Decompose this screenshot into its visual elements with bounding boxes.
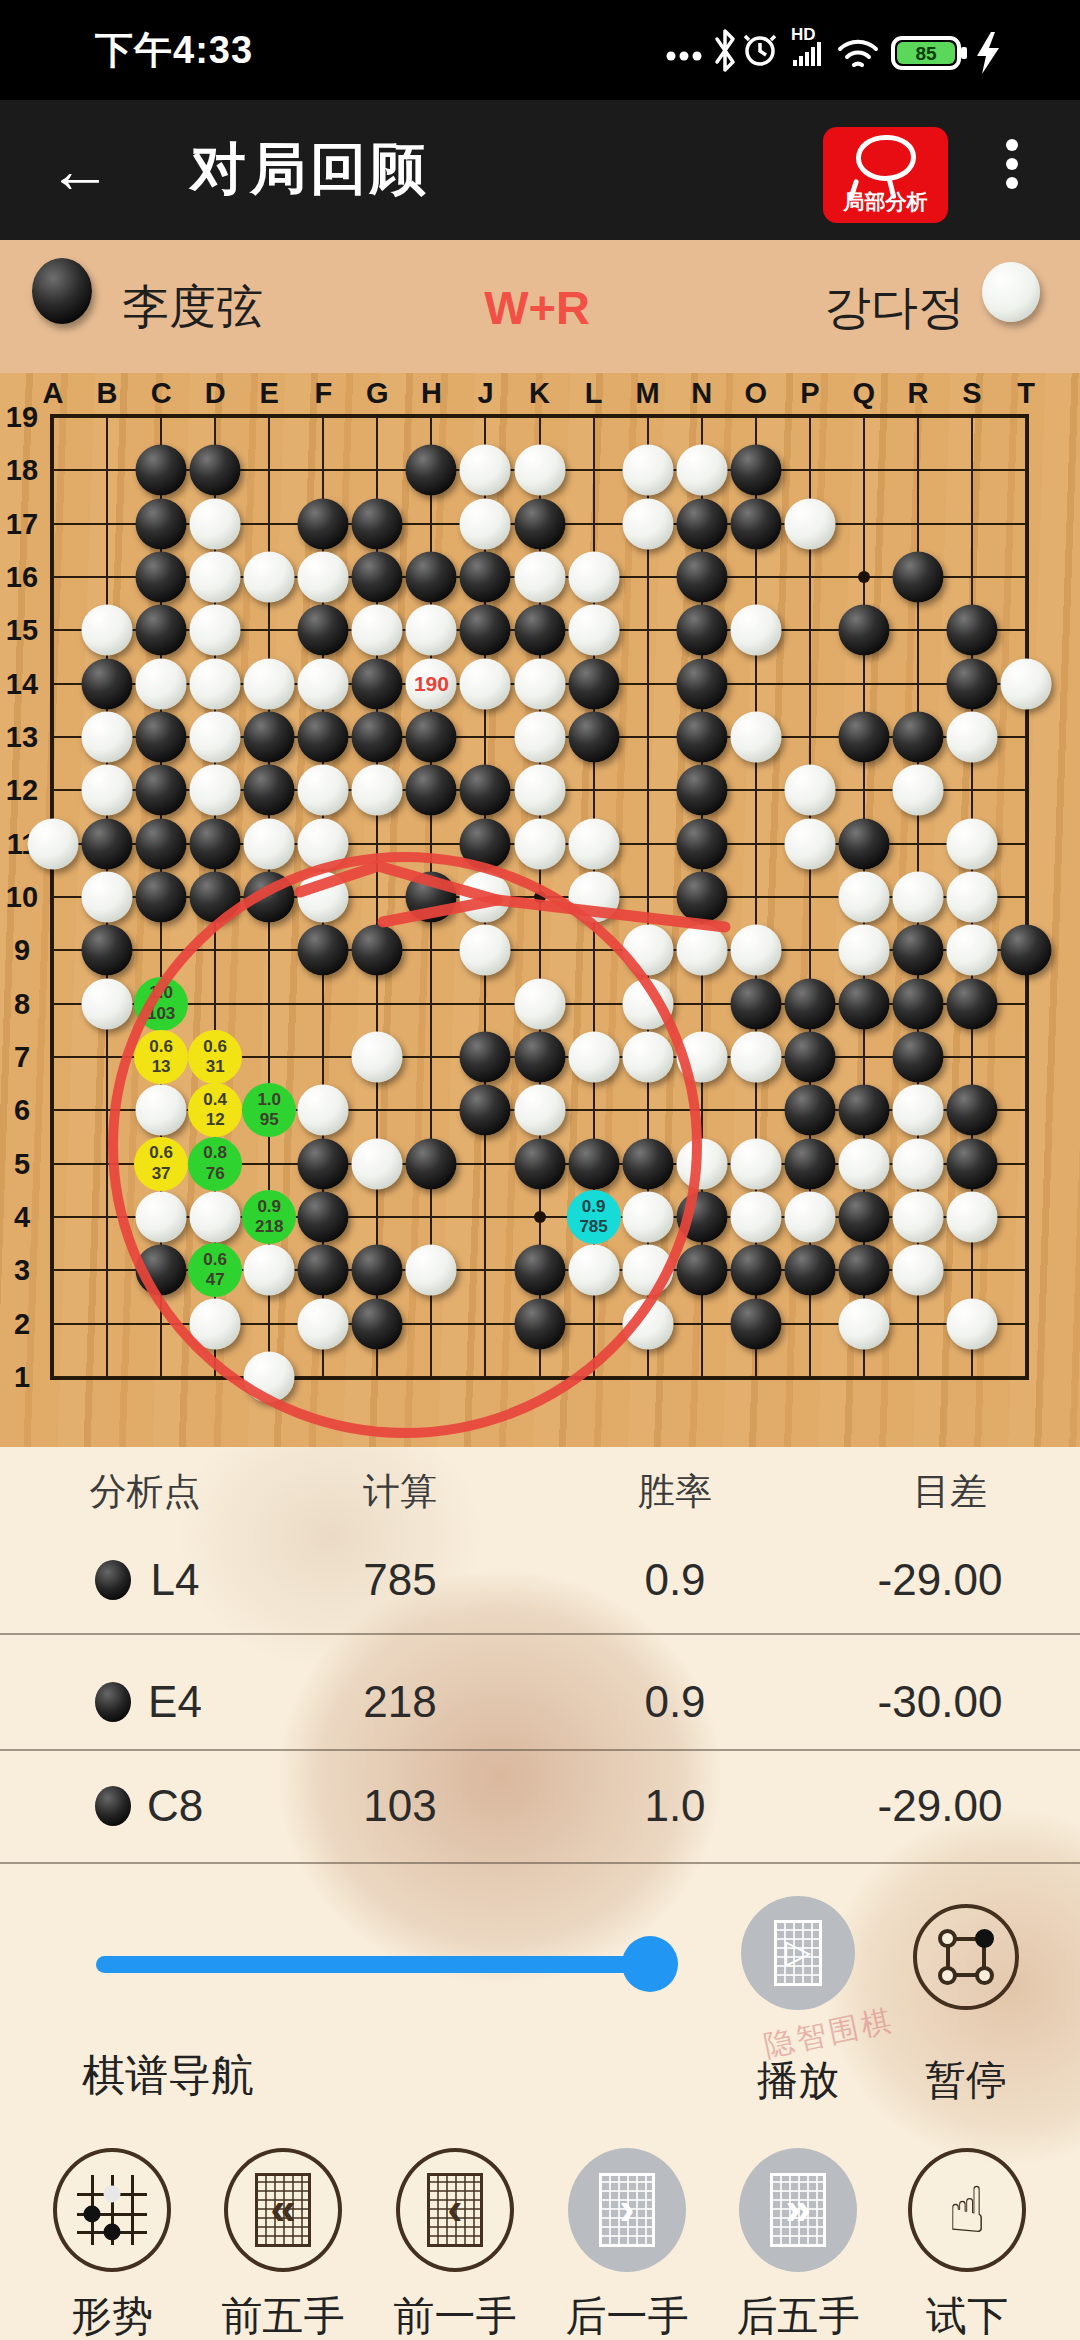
board-coordinate: 17 (0, 507, 44, 540)
white-stone-R4[interactable] (892, 1191, 943, 1242)
forward-five-icon: » (770, 2173, 826, 2247)
white-stone-C6[interactable] (136, 1085, 187, 1136)
board-coordinate: 5 (0, 1147, 44, 1180)
black-stone-icon (95, 1560, 131, 1600)
board-coordinate: 15 (0, 614, 44, 647)
app-bar: ← 对局回顾 局部分析 (0, 100, 1080, 240)
black-stone-F15[interactable] (298, 605, 349, 656)
white-stone-K18[interactable] (514, 445, 565, 496)
black-stone-Q6[interactable] (838, 1085, 889, 1136)
black-stone-N16[interactable] (676, 551, 727, 602)
black-stone-N3[interactable] (676, 1245, 727, 1296)
board-coordinate: 13 (0, 720, 44, 753)
cell-point: E4 (148, 1677, 202, 1727)
black-stone-L5[interactable] (568, 1138, 619, 1189)
black-stone-H18[interactable] (406, 445, 457, 496)
play-label: 播放 (757, 2053, 839, 2108)
local-analysis-button[interactable]: 局部分析 (823, 127, 948, 223)
move-number-label: 190 (414, 672, 449, 696)
cell-visits: 218 (363, 1677, 436, 1727)
white-stone-E3[interactable] (244, 1245, 295, 1296)
black-stone-G9[interactable] (352, 925, 403, 976)
divider (0, 1633, 1080, 1635)
black-stone-F4[interactable] (298, 1191, 349, 1242)
white-stone-E1[interactable] (244, 1351, 295, 1402)
white-stone-E16[interactable] (244, 551, 295, 602)
board-coordinate: K (529, 377, 550, 410)
black-player-name: 李度弦 (122, 275, 263, 338)
cell-diff: -29.00 (878, 1555, 1003, 1605)
black-stone-H12[interactable] (406, 765, 457, 816)
star-point (534, 1211, 546, 1223)
white-stone-L15[interactable] (568, 605, 619, 656)
play-button[interactable]: ▷ (741, 1896, 855, 2010)
analysis-marker-C8[interactable]: 1.0103 (134, 977, 188, 1031)
white-stone-B8[interactable] (82, 978, 133, 1029)
cell-winrate: 1.0 (644, 1781, 705, 1831)
black-stone-G3[interactable] (352, 1245, 403, 1296)
white-stone-B13[interactable] (82, 711, 133, 762)
white-stone-L3[interactable] (568, 1245, 619, 1296)
black-stone-G2[interactable] (352, 1298, 403, 1349)
white-stone-O7[interactable] (730, 1031, 781, 1082)
black-stone-J16[interactable] (460, 551, 511, 602)
black-stone-icon (95, 1786, 131, 1826)
analysis-marker-E4[interactable]: 0.9218 (242, 1190, 296, 1244)
black-stone-G17[interactable] (352, 498, 403, 549)
board-coordinate: M (636, 377, 660, 410)
board-coordinate: E (260, 377, 279, 410)
star-point (858, 571, 870, 583)
cell-visits: 785 (363, 1555, 436, 1605)
black-stone-O8[interactable] (730, 978, 781, 1029)
white-stone-G5[interactable] (352, 1138, 403, 1189)
white-stone-D15[interactable] (190, 605, 241, 656)
black-stone-Q11[interactable] (838, 818, 889, 869)
board-coordinate: 14 (0, 667, 44, 700)
black-stone-J12[interactable] (460, 765, 511, 816)
board-coordinate: 4 (0, 1200, 44, 1233)
black-stone-N14[interactable] (676, 658, 727, 709)
white-stone-N7[interactable] (676, 1031, 727, 1082)
white-stone-P11[interactable] (784, 818, 835, 869)
board-coordinate: 9 (0, 934, 44, 967)
analysis-marker-D7[interactable]: 0.631 (188, 1030, 242, 1084)
svg-text:HD: HD (791, 25, 816, 44)
black-stone-icon (32, 258, 92, 324)
previous-move-button[interactable]: ‹ (396, 2148, 514, 2272)
player-bar: 李度弦 W+R 강다정 (0, 240, 1080, 373)
white-stone-K6[interactable] (514, 1085, 565, 1136)
white-stone-Q2[interactable] (838, 1298, 889, 1349)
bluetooth-icon (717, 31, 733, 70)
white-stone-F12[interactable] (298, 765, 349, 816)
analysis-marker-D5[interactable]: 0.876 (188, 1137, 242, 1191)
white-stone-M17[interactable] (622, 498, 673, 549)
forward-five-moves-button[interactable]: » (739, 2148, 857, 2272)
white-stone-O5[interactable] (730, 1138, 781, 1189)
cell-winrate: 0.9 (644, 1677, 705, 1727)
black-stone-icon (95, 1682, 131, 1722)
divider (0, 1749, 1080, 1751)
white-stone-F11[interactable] (298, 818, 349, 869)
black-stone-H5[interactable] (406, 1138, 457, 1189)
black-stone-N11[interactable] (676, 818, 727, 869)
analysis-marker-D3[interactable]: 0.647 (188, 1243, 242, 1297)
white-stone-K13[interactable] (514, 711, 565, 762)
pause-button[interactable] (913, 1904, 1019, 2010)
position-shape-icon (73, 2171, 151, 2249)
col-header-diff: 目差 (913, 1467, 987, 1517)
black-stone-C15[interactable] (136, 605, 187, 656)
black-stone-K2[interactable] (514, 1298, 565, 1349)
move-slider-thumb[interactable] (622, 1936, 678, 1992)
white-stone-P4[interactable] (784, 1191, 835, 1242)
black-stone-Q3[interactable] (838, 1245, 889, 1296)
white-stone-D17[interactable] (190, 498, 241, 549)
black-stone-C18[interactable] (136, 445, 187, 496)
white-stone-M3[interactable] (622, 1245, 673, 1296)
board-coordinate: B (97, 377, 118, 410)
analysis-marker-L4[interactable]: 0.9785 (567, 1190, 621, 1244)
white-stone-J18[interactable] (460, 445, 511, 496)
black-stone-J6[interactable] (460, 1085, 511, 1136)
board-coordinate: T (1017, 377, 1035, 410)
board-coordinate: Q (853, 377, 876, 410)
white-stone-E14[interactable] (244, 658, 295, 709)
black-stone-C13[interactable] (136, 711, 187, 762)
black-stone-N15[interactable] (676, 605, 727, 656)
magnifier-icon (856, 135, 916, 181)
black-stone-D18[interactable] (190, 445, 241, 496)
black-stone-K17[interactable] (514, 498, 565, 549)
black-stone-O18[interactable] (730, 445, 781, 496)
toolbar-label: 前五手 (222, 2289, 345, 2340)
pause-label: 暂停 (925, 2053, 1007, 2108)
white-stone-O4[interactable] (730, 1191, 781, 1242)
white-stone-B10[interactable] (82, 871, 133, 922)
black-stone-Q13[interactable] (838, 711, 889, 762)
white-stone-R6[interactable] (892, 1085, 943, 1136)
white-stone-L10[interactable] (568, 871, 619, 922)
white-stone-S11[interactable] (947, 818, 998, 869)
white-stone-B15[interactable] (82, 605, 133, 656)
move-slider-track[interactable] (96, 1956, 652, 1973)
signal-icon: HD (791, 25, 821, 66)
white-stone-R3[interactable] (892, 1245, 943, 1296)
black-stone-M5[interactable] (622, 1138, 673, 1189)
white-stone-D13[interactable] (190, 711, 241, 762)
white-stone-J9[interactable] (460, 925, 511, 976)
white-stone-R5[interactable] (892, 1138, 943, 1189)
white-stone-S10[interactable] (947, 871, 998, 922)
black-stone-D11[interactable] (190, 818, 241, 869)
white-stone-D16[interactable] (190, 551, 241, 602)
hand-pointer-icon: ☝ (948, 2173, 987, 2247)
more-dots-icon (667, 52, 702, 61)
navigation-label: 棋谱导航 (82, 2047, 254, 2105)
board-coordinate: O (744, 377, 767, 410)
white-stone-F14[interactable] (298, 658, 349, 709)
white-stone-E11[interactable] (244, 818, 295, 869)
overflow-menu-button[interactable] (1002, 132, 1022, 208)
star-point (534, 891, 546, 903)
black-stone-L13[interactable] (568, 711, 619, 762)
white-stone-T14[interactable] (1001, 658, 1052, 709)
black-stone-G13[interactable] (352, 711, 403, 762)
black-stone-P3[interactable] (784, 1245, 835, 1296)
white-stone-K14[interactable] (514, 658, 565, 709)
board-coordinate: 8 (0, 987, 44, 1020)
board-coordinate: 6 (0, 1094, 44, 1127)
white-stone-F16[interactable] (298, 551, 349, 602)
white-stone-K16[interactable] (514, 551, 565, 602)
white-stone-O9[interactable] (730, 925, 781, 976)
white-stone-H15[interactable] (406, 605, 457, 656)
status-icons: HD 85 (665, 18, 1025, 82)
black-stone-T9[interactable] (1001, 925, 1052, 976)
white-stone-H3[interactable] (406, 1245, 457, 1296)
black-stone-P8[interactable] (784, 978, 835, 1029)
black-stone-H16[interactable] (406, 551, 457, 602)
black-stone-N12[interactable] (676, 765, 727, 816)
previous-move-icon: ‹ (427, 2173, 483, 2247)
black-stone-P6[interactable] (784, 1085, 835, 1136)
black-stone-Q4[interactable] (838, 1191, 889, 1242)
black-stone-S6[interactable] (947, 1085, 998, 1136)
page-title: 对局回顾 (190, 132, 430, 208)
screen: 下午4:33 HD (0, 0, 1080, 2340)
white-stone-K12[interactable] (514, 765, 565, 816)
analysis-section: 分析点 计算 胜率 目差 L4 785 0.9 -29.00 E4 218 0.… (0, 1447, 1080, 2340)
board-coordinate: 16 (0, 560, 44, 593)
black-stone-B9[interactable] (82, 925, 133, 976)
black-stone-C3[interactable] (136, 1245, 187, 1296)
black-stone-O17[interactable] (730, 498, 781, 549)
black-stone-S5[interactable] (947, 1138, 998, 1189)
black-stone-R13[interactable] (892, 711, 943, 762)
black-stone-R8[interactable] (892, 978, 943, 1029)
black-stone-S15[interactable] (947, 605, 998, 656)
white-stone-M18[interactable] (622, 445, 673, 496)
board-coordinate: R (907, 377, 928, 410)
white-stone-M9[interactable] (622, 925, 673, 976)
black-stone-C12[interactable] (136, 765, 187, 816)
black-stone-O3[interactable] (730, 1245, 781, 1296)
board-coordinate: 2 (0, 1307, 44, 1340)
black-stone-K5[interactable] (514, 1138, 565, 1189)
board-coordinate: P (800, 377, 819, 410)
black-stone-B14[interactable] (82, 658, 133, 709)
black-stone-S8[interactable] (947, 978, 998, 1029)
analysis-marker-D6[interactable]: 0.412 (188, 1083, 242, 1137)
black-stone-R16[interactable] (892, 551, 943, 602)
white-stone-M4[interactable] (622, 1191, 673, 1242)
black-stone-D10[interactable] (190, 871, 241, 922)
black-stone-H10[interactable] (406, 871, 457, 922)
white-stone-A11[interactable] (28, 818, 79, 869)
white-stone-M2[interactable] (622, 1298, 673, 1349)
white-stone-P12[interactable] (784, 765, 835, 816)
black-stone-E13[interactable] (244, 711, 295, 762)
board-coordinate: H (421, 377, 442, 410)
divider (0, 1862, 1080, 1864)
white-stone-K8[interactable] (514, 978, 565, 1029)
black-stone-F17[interactable] (298, 498, 349, 549)
black-stone-J11[interactable] (460, 818, 511, 869)
board-coordinate: G (366, 377, 389, 410)
toolbar-label: 后一手 (566, 2289, 689, 2340)
white-stone-C14[interactable] (136, 658, 187, 709)
cell-point: C8 (147, 1781, 203, 1831)
black-stone-K7[interactable] (514, 1031, 565, 1082)
white-stone-R12[interactable] (892, 765, 943, 816)
back-five-moves-button[interactable]: « (224, 2148, 342, 2272)
black-stone-F5[interactable] (298, 1138, 349, 1189)
white-stone-C4[interactable] (136, 1191, 187, 1242)
black-stone-C17[interactable] (136, 498, 187, 549)
black-stone-N10[interactable] (676, 871, 727, 922)
white-stone-Q9[interactable] (838, 925, 889, 976)
board-coordinate: 7 (0, 1040, 44, 1073)
alarm-icon (745, 36, 775, 64)
black-stone-E10[interactable] (244, 871, 295, 922)
board-coordinate: S (962, 377, 981, 410)
black-stone-R7[interactable] (892, 1031, 943, 1082)
black-stone-N17[interactable] (676, 498, 727, 549)
white-stone-R10[interactable] (892, 871, 943, 922)
black-stone-F3[interactable] (298, 1245, 349, 1296)
wifi-icon (840, 42, 876, 65)
black-stone-K15[interactable] (514, 605, 565, 656)
board-coordinate: A (43, 377, 64, 410)
cell-diff: -30.00 (878, 1677, 1003, 1727)
white-stone-K11[interactable] (514, 818, 565, 869)
white-stone-N5[interactable] (676, 1138, 727, 1189)
col-header-winrate: 胜率 (638, 1467, 712, 1517)
cell-point: L4 (151, 1555, 200, 1605)
black-stone-Q8[interactable] (838, 978, 889, 1029)
black-stone-C11[interactable] (136, 818, 187, 869)
analysis-marker-C7[interactable]: 0.613 (134, 1030, 188, 1084)
col-header-visits: 计算 (363, 1467, 437, 1517)
white-stone-F10[interactable] (298, 871, 349, 922)
board-coordinate: N (691, 377, 712, 410)
white-stone-S4[interactable] (947, 1191, 998, 1242)
analysis-marker-C5[interactable]: 0.637 (134, 1137, 188, 1191)
black-stone-N4[interactable] (676, 1191, 727, 1242)
black-stone-C10[interactable] (136, 871, 187, 922)
status-bar: 下午4:33 HD (0, 0, 1080, 100)
pause-icon (939, 1930, 993, 1984)
white-player-name: 강다정 (824, 275, 965, 338)
shape-analysis-button[interactable] (53, 2148, 171, 2272)
black-stone-C16[interactable] (136, 551, 187, 602)
board-coordinate: 3 (0, 1254, 44, 1287)
board-coordinate: 18 (0, 454, 44, 487)
white-stone-Q10[interactable] (838, 871, 889, 922)
analysis-marker-E6[interactable]: 1.095 (242, 1083, 296, 1137)
white-stone-L7[interactable] (568, 1031, 619, 1082)
white-stone-N18[interactable] (676, 445, 727, 496)
black-stone-N13[interactable] (676, 711, 727, 762)
back-button[interactable]: ← (48, 138, 112, 202)
white-stone-M7[interactable] (622, 1031, 673, 1082)
black-stone-Q15[interactable] (838, 605, 889, 656)
black-stone-K3[interactable] (514, 1245, 565, 1296)
toolbar-label: 后五手 (737, 2289, 860, 2340)
white-stone-S2[interactable] (947, 1298, 998, 1349)
white-stone-Q5[interactable] (838, 1138, 889, 1189)
white-stone-G12[interactable] (352, 765, 403, 816)
white-stone-F6[interactable] (298, 1085, 349, 1136)
black-stone-H13[interactable] (406, 711, 457, 762)
white-stone-S13[interactable] (947, 711, 998, 762)
white-stone-B12[interactable] (82, 765, 133, 816)
black-stone-J15[interactable] (460, 605, 511, 656)
white-stone-O15[interactable] (730, 605, 781, 656)
try-move-button[interactable]: ☝ (908, 2148, 1026, 2272)
black-stone-O2[interactable] (730, 1298, 781, 1349)
white-stone-S9[interactable] (947, 925, 998, 976)
black-stone-G16[interactable] (352, 551, 403, 602)
white-stone-F2[interactable] (298, 1298, 349, 1349)
white-stone-D2[interactable] (190, 1298, 241, 1349)
clock-time: 下午4:33 (95, 25, 253, 76)
next-move-button[interactable]: › (568, 2148, 686, 2272)
white-stone-G15[interactable] (352, 605, 403, 656)
black-stone-B11[interactable] (82, 818, 133, 869)
white-stone-L16[interactable] (568, 551, 619, 602)
board-coordinate: 10 (0, 880, 44, 913)
board-coordinate: J (477, 377, 493, 410)
board-coordinate: L (585, 377, 603, 410)
white-stone-J17[interactable] (460, 498, 511, 549)
black-stone-E12[interactable] (244, 765, 295, 816)
white-stone-J14[interactable] (460, 658, 511, 709)
charging-icon (977, 32, 999, 74)
cell-winrate: 0.9 (644, 1555, 705, 1605)
black-stone-F13[interactable] (298, 711, 349, 762)
white-stone-L11[interactable] (568, 818, 619, 869)
black-stone-J7[interactable] (460, 1031, 511, 1082)
black-stone-P5[interactable] (784, 1138, 835, 1189)
toolbar-label: 形势 (71, 2289, 153, 2340)
white-stone-M8[interactable] (622, 978, 673, 1029)
game-result: W+R (484, 279, 590, 334)
play-board-icon: ▷ (774, 1920, 822, 1986)
local-analysis-label: 局部分析 (823, 188, 948, 216)
white-stone-D4[interactable] (190, 1191, 241, 1242)
board-coordinate: 12 (0, 774, 44, 807)
black-stone-S14[interactable] (947, 658, 998, 709)
white-stone-J10[interactable] (460, 871, 511, 922)
black-stone-G14[interactable] (352, 658, 403, 709)
white-stone-N9[interactable] (676, 925, 727, 976)
black-stone-R9[interactable] (892, 925, 943, 976)
black-stone-L14[interactable] (568, 658, 619, 709)
white-stone-P17[interactable] (784, 498, 835, 549)
toolbar-label: 前一手 (394, 2289, 517, 2340)
white-stone-D12[interactable] (190, 765, 241, 816)
white-stone-O13[interactable] (730, 711, 781, 762)
white-stone-D14[interactable] (190, 658, 241, 709)
cell-visits: 103 (363, 1781, 436, 1831)
white-stone-G7[interactable] (352, 1031, 403, 1082)
black-stone-P7[interactable] (784, 1031, 835, 1082)
black-stone-F9[interactable] (298, 925, 349, 976)
go-board[interactable]: ABCDEFGHJKLMNOPQRST191817161514131211109… (0, 373, 1080, 1447)
